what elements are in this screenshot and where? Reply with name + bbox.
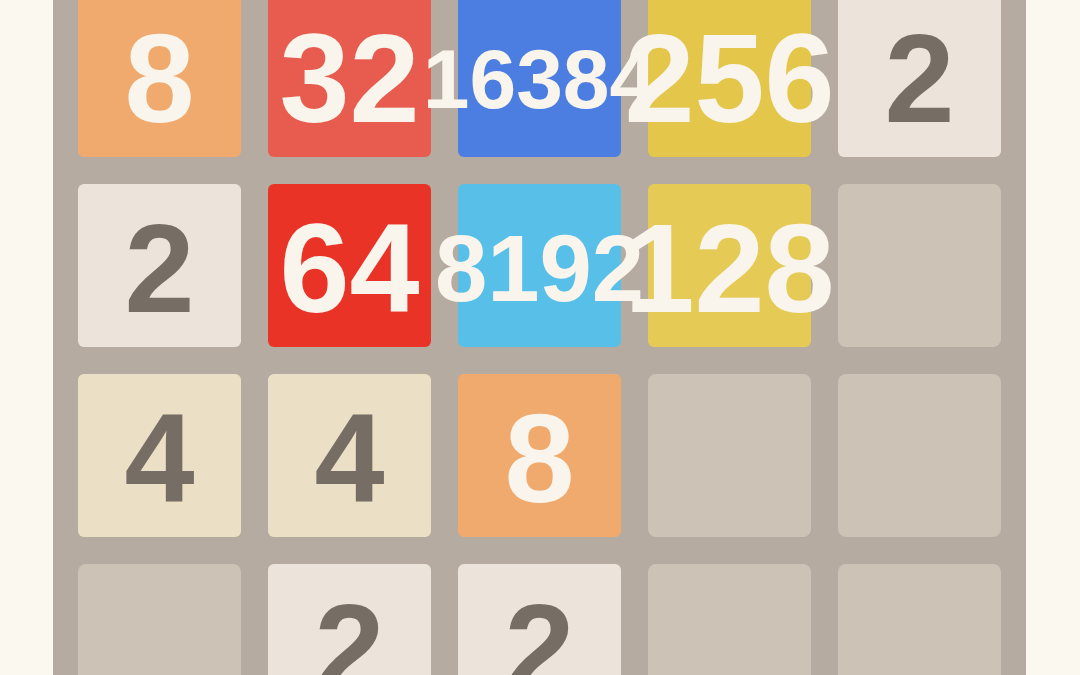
tile-value: 2 [78, 187, 241, 350]
tile-value: 32 [268, 0, 431, 160]
tile-value: 128 [648, 187, 811, 350]
cell-r2c0: 4 [78, 374, 241, 537]
tile-value: 8 [458, 377, 621, 540]
cell-r2c2: 8 [458, 374, 621, 537]
cell-r1c3: 128 [648, 184, 811, 347]
tile-value: 8 [78, 0, 241, 160]
cell-r1c4 [838, 184, 1001, 347]
tile-value: 8192 [458, 187, 621, 350]
cell-r3c0 [78, 564, 241, 675]
tile-value: 4 [78, 377, 241, 540]
tile-value: 2 [838, 0, 1001, 160]
cell-r0c2: 16384 [458, 0, 621, 157]
cell-r1c0: 2 [78, 184, 241, 347]
cell-r3c3 [648, 564, 811, 675]
game-viewport: 832163842562264819212844822 [0, 0, 1080, 675]
cell-r3c4 [838, 564, 1001, 675]
tile-value: 4 [268, 377, 431, 540]
tile-value: 16384 [458, 0, 621, 160]
cell-r3c2: 2 [458, 564, 621, 675]
board-grid[interactable]: 832163842562264819212844822 [53, 0, 1026, 675]
cell-r0c0: 8 [78, 0, 241, 157]
cell-r1c1: 64 [268, 184, 431, 347]
cell-r3c1: 2 [268, 564, 431, 675]
cell-r0c1: 32 [268, 0, 431, 157]
tile-value: 2 [458, 567, 621, 675]
cell-r0c3: 256 [648, 0, 811, 157]
cell-r2c1: 4 [268, 374, 431, 537]
tile-value: 256 [648, 0, 811, 160]
tile-value: 64 [268, 187, 431, 350]
tile-value: 2 [268, 567, 431, 675]
cell-r2c3 [648, 374, 811, 537]
cell-r0c4: 2 [838, 0, 1001, 157]
cell-r1c2: 8192 [458, 184, 621, 347]
cell-r2c4 [838, 374, 1001, 537]
